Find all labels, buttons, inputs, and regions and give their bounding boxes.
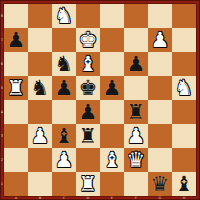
rank-label-6: 6 — [1, 57, 3, 71]
file-label-c: C — [57, 197, 71, 199]
piece-black-bishop[interactable]: ♝ — [55, 126, 74, 147]
piece-white-pawn[interactable]: ♟ — [151, 30, 170, 51]
file-label-e: E — [105, 197, 119, 199]
square-f2[interactable]: ♛ — [124, 148, 148, 172]
rank-label-3: 3 — [1, 129, 3, 143]
piece-black-pawn[interactable]: ♟ — [103, 78, 122, 99]
piece-white-knight[interactable]: ♞ — [175, 78, 194, 99]
piece-white-rook[interactable]: ♜ — [7, 78, 26, 99]
piece-black-king[interactable]: ♚ — [79, 78, 98, 99]
square-g8[interactable] — [148, 4, 172, 28]
piece-black-knight[interactable]: ♞ — [31, 78, 50, 99]
file-label-h: H — [177, 197, 191, 199]
square-d1[interactable]: ♜ — [76, 172, 100, 196]
square-e7[interactable] — [100, 28, 124, 52]
file-label-b: B — [33, 197, 47, 199]
square-c5[interactable]: ♟ — [52, 76, 76, 100]
square-b8[interactable] — [28, 4, 52, 28]
square-d5[interactable]: ♚ — [76, 76, 100, 100]
square-f7[interactable] — [124, 28, 148, 52]
file-labels: ABCDEFGH — [4, 196, 196, 200]
piece-white-rook[interactable]: ♜ — [79, 174, 98, 195]
square-h6[interactable] — [172, 52, 196, 76]
file-label-f: F — [129, 197, 143, 199]
square-h3[interactable] — [172, 124, 196, 148]
square-a7[interactable]: ♟ — [4, 28, 28, 52]
square-a2[interactable] — [4, 148, 28, 172]
square-d4[interactable]: ♟ — [76, 100, 100, 124]
piece-white-knight[interactable]: ♞ — [55, 6, 74, 27]
square-b2[interactable] — [28, 148, 52, 172]
square-h7[interactable] — [172, 28, 196, 52]
chessboard: ♞♟♚♟♞♝♟♜♞♟♚♟♞♟♜♟♝♜♟♟♝♛♜♛♝ — [4, 4, 196, 196]
square-e1[interactable] — [100, 172, 124, 196]
square-d3[interactable]: ♜ — [76, 124, 100, 148]
square-b3[interactable]: ♟ — [28, 124, 52, 148]
rank-label-1: 1 — [1, 177, 3, 191]
square-a5[interactable]: ♜ — [4, 76, 28, 100]
square-b7[interactable] — [28, 28, 52, 52]
square-a1[interactable] — [4, 172, 28, 196]
rank-label-7: 7 — [1, 33, 3, 47]
square-c7[interactable] — [52, 28, 76, 52]
piece-black-knight[interactable]: ♞ — [55, 54, 74, 75]
piece-white-bishop[interactable]: ♝ — [79, 54, 98, 75]
piece-black-pawn[interactable]: ♟ — [127, 54, 146, 75]
piece-white-pawn[interactable]: ♟ — [55, 150, 74, 171]
square-a4[interactable] — [4, 100, 28, 124]
square-g7[interactable]: ♟ — [148, 28, 172, 52]
square-b6[interactable] — [28, 52, 52, 76]
piece-white-queen[interactable]: ♛ — [127, 150, 146, 171]
square-f6[interactable]: ♟ — [124, 52, 148, 76]
square-a8[interactable] — [4, 4, 28, 28]
square-h2[interactable] — [172, 148, 196, 172]
square-e8[interactable] — [100, 4, 124, 28]
square-h8[interactable] — [172, 4, 196, 28]
file-label-a: A — [9, 197, 23, 199]
square-b1[interactable] — [28, 172, 52, 196]
square-f4[interactable]: ♜ — [124, 100, 148, 124]
piece-black-pawn[interactable]: ♟ — [7, 30, 26, 51]
square-a6[interactable] — [4, 52, 28, 76]
square-f1[interactable] — [124, 172, 148, 196]
piece-white-pawn[interactable]: ♟ — [31, 126, 50, 147]
board-frame: 87654321 ABCDEFGH ♞♟♚♟♞♝♟♜♞♟♚♟♞♟♜♟♝♜♟♟♝♛… — [0, 0, 200, 200]
piece-black-queen[interactable]: ♛ — [151, 174, 170, 195]
square-d7[interactable]: ♚ — [76, 28, 100, 52]
square-g4[interactable] — [148, 100, 172, 124]
square-c8[interactable]: ♞ — [52, 4, 76, 28]
square-g3[interactable] — [148, 124, 172, 148]
square-f8[interactable] — [124, 4, 148, 28]
piece-black-rook[interactable]: ♜ — [79, 126, 98, 147]
square-e4[interactable] — [100, 100, 124, 124]
piece-black-bishop[interactable]: ♝ — [175, 174, 194, 195]
square-a3[interactable] — [4, 124, 28, 148]
square-d2[interactable] — [76, 148, 100, 172]
square-h5[interactable]: ♞ — [172, 76, 196, 100]
square-d8[interactable] — [76, 4, 100, 28]
square-h1[interactable]: ♝ — [172, 172, 196, 196]
rank-label-5: 5 — [1, 81, 3, 95]
square-e5[interactable]: ♟ — [100, 76, 124, 100]
piece-black-rook[interactable]: ♜ — [127, 102, 146, 123]
piece-black-pawn[interactable]: ♟ — [79, 102, 98, 123]
square-e2[interactable]: ♝ — [100, 148, 124, 172]
square-d6[interactable]: ♝ — [76, 52, 100, 76]
square-b5[interactable]: ♞ — [28, 76, 52, 100]
square-c6[interactable]: ♞ — [52, 52, 76, 76]
piece-black-pawn[interactable]: ♟ — [55, 78, 74, 99]
rank-label-2: 2 — [1, 153, 3, 167]
piece-white-king[interactable]: ♚ — [79, 30, 98, 51]
square-b4[interactable] — [28, 100, 52, 124]
piece-white-pawn[interactable]: ♟ — [127, 126, 146, 147]
square-h4[interactable] — [172, 100, 196, 124]
square-e3[interactable] — [100, 124, 124, 148]
square-g6[interactable] — [148, 52, 172, 76]
square-c4[interactable] — [52, 100, 76, 124]
rank-label-8: 8 — [1, 9, 3, 23]
square-e6[interactable] — [100, 52, 124, 76]
square-g2[interactable] — [148, 148, 172, 172]
square-c1[interactable] — [52, 172, 76, 196]
square-c3[interactable]: ♝ — [52, 124, 76, 148]
file-label-g: G — [153, 197, 167, 199]
piece-white-bishop[interactable]: ♝ — [103, 150, 122, 171]
rank-label-4: 4 — [1, 105, 3, 119]
square-g5[interactable] — [148, 76, 172, 100]
square-f5[interactable] — [124, 76, 148, 100]
square-g1[interactable]: ♛ — [148, 172, 172, 196]
square-f3[interactable]: ♟ — [124, 124, 148, 148]
file-label-d: D — [81, 197, 95, 199]
square-c2[interactable]: ♟ — [52, 148, 76, 172]
